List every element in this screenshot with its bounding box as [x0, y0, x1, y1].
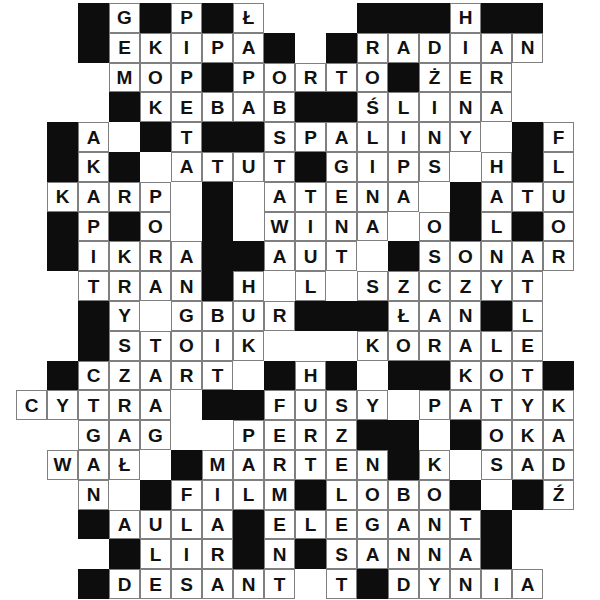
black-cell-r13-c7	[233, 390, 264, 420]
letter-cell-r4-c13[interactable]: N	[419, 122, 450, 152]
letter-cell-r7-c8[interactable]: W	[264, 212, 295, 242]
letter-cell-r2-c4[interactable]: O	[140, 63, 171, 93]
background-r1-c1	[47, 33, 78, 63]
letter-cell-r6-c12[interactable]: A	[388, 182, 419, 212]
letter-cell-r14-c7[interactable]: P	[233, 420, 264, 450]
letter-cell-r15-c17[interactable]: D	[543, 450, 574, 480]
black-cell-r2-c6	[202, 63, 233, 93]
black-cell-r0-c6	[202, 3, 233, 33]
letter-cell-r3-c15[interactable]: A	[481, 92, 512, 122]
letter-cell-r3-c6[interactable]: B	[202, 92, 233, 122]
letter-cell-r12-c9[interactable]: H	[295, 361, 326, 391]
letter-cell-r2-c5[interactable]: P	[171, 63, 202, 93]
letter-cell-r7-c17[interactable]: O	[543, 212, 574, 242]
letter-cell-r11-c14[interactable]: A	[450, 331, 481, 361]
background-r19-c1	[47, 569, 78, 599]
letter-cell-r17-c11[interactable]: G	[357, 510, 388, 540]
letter-cell-r12-c15[interactable]: O	[481, 361, 512, 391]
black-cell-r8-c7	[233, 241, 264, 271]
letter-cell-r19-c13[interactable]: Y	[419, 569, 450, 599]
black-cell-r13-c6	[202, 390, 233, 420]
black-cell-r1-c10	[326, 33, 357, 63]
letter-cell-r18-c6[interactable]: R	[202, 539, 233, 569]
letter-cell-r16-c13[interactable]: O	[419, 480, 450, 510]
black-cell-r12-c8	[264, 361, 295, 391]
letter-cell-r7-c9[interactable]: I	[295, 212, 326, 242]
letter-cell-r17-c5[interactable]: L	[171, 510, 202, 540]
letter-cell-r11-c6[interactable]: I	[202, 331, 233, 361]
letter-cell-r15-c11[interactable]: N	[357, 450, 388, 480]
background-r2-c2	[78, 63, 109, 93]
letter-cell-r14-c10[interactable]: Z	[326, 420, 357, 450]
letter-cell-r15-c1[interactable]: W	[47, 450, 78, 480]
letter-cell-r14-c16[interactable]: K	[512, 420, 543, 450]
letter-cell-r13-c2[interactable]: T	[78, 390, 109, 420]
letter-cell-r3-c8[interactable]: B	[264, 92, 295, 122]
letter-cell-r19-c10[interactable]: T	[326, 569, 357, 599]
letter-cell-r5-c2[interactable]: K	[78, 152, 109, 182]
letter-cell-r5-c15[interactable]: H	[481, 152, 512, 182]
letter-cell-r16-c11[interactable]: O	[357, 480, 388, 510]
letter-cell-r12-c2[interactable]: C	[78, 361, 109, 391]
letter-cell-r1-c16[interactable]: N	[512, 33, 543, 63]
black-cell-r0-c13	[419, 3, 450, 33]
background-r7-c5	[171, 212, 202, 242]
letter-cell-r16-c6[interactable]: I	[202, 480, 233, 510]
letter-cell-r19-c6[interactable]: A	[202, 569, 233, 599]
letter-cell-r3-c11[interactable]: Ś	[357, 92, 388, 122]
letter-cell-r17-c12[interactable]: A	[388, 510, 419, 540]
letter-cell-r10-c3[interactable]: Y	[109, 301, 140, 331]
letter-cell-r0-c14[interactable]: H	[450, 3, 481, 33]
black-cell-r10-c2	[78, 301, 109, 331]
letter-cell-r19-c3[interactable]: D	[109, 569, 140, 599]
letter-cell-r16-c2[interactable]: N	[78, 480, 109, 510]
background-r5-c4	[140, 152, 171, 182]
background-r7-c12	[388, 212, 419, 242]
letter-cell-r6-c8[interactable]: A	[264, 182, 295, 212]
letter-cell-r13-c8[interactable]: F	[264, 390, 295, 420]
black-cell-r5-c3	[109, 152, 140, 182]
black-cell-r18-c3	[109, 539, 140, 569]
letter-cell-r12-c16[interactable]: T	[512, 361, 543, 391]
background-r7-c7	[233, 212, 264, 242]
black-cell-r5-c1	[47, 152, 78, 182]
crossword-board: GPŁHEKIPARADIANMOPPORTOŻERKEBABŚLINAATSP…	[0, 0, 600, 600]
background-r11-c10	[326, 331, 357, 361]
background-r18-c2	[78, 539, 109, 569]
letter-cell-r7-c2[interactable]: P	[78, 212, 109, 242]
letter-cell-r6-c10[interactable]: E	[326, 182, 357, 212]
letter-cell-r2-c3[interactable]: M	[109, 63, 140, 93]
background-r3-c2	[78, 92, 109, 122]
black-cell-r16-c9	[295, 480, 326, 510]
letter-cell-r5-c11[interactable]: I	[357, 152, 388, 182]
letter-cell-r1-c12[interactable]: A	[388, 33, 419, 63]
black-cell-r4-c7	[233, 122, 264, 152]
letter-cell-r4-c8[interactable]: S	[264, 122, 295, 152]
letter-cell-r15-c3[interactable]: Ł	[109, 450, 140, 480]
letter-cell-r9-c13[interactable]: C	[419, 271, 450, 301]
letter-cell-r12-c5[interactable]: R	[171, 361, 202, 391]
black-cell-r8-c1	[47, 241, 78, 271]
letter-cell-r17-c10[interactable]: E	[326, 510, 357, 540]
background-r2-c17	[543, 63, 574, 93]
letter-cell-r6-c15[interactable]: A	[481, 182, 512, 212]
letter-cell-r19-c5[interactable]: S	[171, 569, 202, 599]
background-r16-c15	[481, 480, 512, 510]
letter-cell-r5-c7[interactable]: U	[233, 152, 264, 182]
background-r14-c1	[47, 420, 78, 450]
letter-cell-r15-c8[interactable]: R	[264, 450, 295, 480]
letter-cell-r9-c14[interactable]: Z	[450, 271, 481, 301]
background-r17-c1	[47, 510, 78, 540]
black-cell-r11-c2	[78, 331, 109, 361]
letter-cell-r14-c9[interactable]: R	[295, 420, 326, 450]
letter-cell-r11-c12[interactable]: O	[388, 331, 419, 361]
background-r12-c0	[16, 361, 47, 391]
letter-cell-r4-c9[interactable]: P	[295, 122, 326, 152]
letter-cell-r13-c4[interactable]: A	[140, 390, 171, 420]
background-r15-c14	[450, 450, 481, 480]
letter-cell-r6-c16[interactable]: T	[512, 182, 543, 212]
background-r19-c17	[543, 569, 574, 599]
black-cell-r16-c14	[450, 480, 481, 510]
black-cell-r5-c16	[512, 152, 543, 182]
letter-cell-r0-c7[interactable]: Ł	[233, 3, 264, 33]
letter-cell-r19-c4[interactable]: E	[140, 569, 171, 599]
letter-cell-r15-c16[interactable]: A	[512, 450, 543, 480]
letter-cell-r13-c9[interactable]: U	[295, 390, 326, 420]
letter-cell-r15-c13[interactable]: K	[419, 450, 450, 480]
background-r10-c4	[140, 301, 171, 331]
letter-cell-r11-c16[interactable]: E	[512, 331, 543, 361]
background-r10-c17	[543, 301, 574, 331]
letter-cell-r9-c12[interactable]: Z	[388, 271, 419, 301]
black-cell-r0-c11	[357, 3, 388, 33]
letter-cell-r13-c1[interactable]: Y	[47, 390, 78, 420]
letter-cell-r9-c15[interactable]: Y	[481, 271, 512, 301]
letter-cell-r2-c11[interactable]: O	[357, 63, 388, 93]
letter-cell-r13-c3[interactable]: R	[109, 390, 140, 420]
letter-cell-r17-c9[interactable]: L	[295, 510, 326, 540]
background-r12-c7	[233, 361, 264, 391]
letter-cell-r3-c4[interactable]: K	[140, 92, 171, 122]
letter-cell-r9-c5[interactable]: N	[171, 271, 202, 301]
letter-cell-r16-c17[interactable]: Ź	[543, 480, 574, 510]
letter-cell-r9-c4[interactable]: A	[140, 271, 171, 301]
letter-cell-r3-c5[interactable]: E	[171, 92, 202, 122]
letter-cell-r17-c6[interactable]: A	[202, 510, 233, 540]
letter-cell-r14-c3[interactable]: A	[109, 420, 140, 450]
letter-cell-r19-c12[interactable]: D	[388, 569, 419, 599]
letter-cell-r8-c13[interactable]: S	[419, 241, 450, 271]
letter-cell-r6-c1[interactable]: K	[47, 182, 78, 212]
letter-cell-r13-c15[interactable]: T	[481, 390, 512, 420]
letter-cell-r15-c10[interactable]: E	[326, 450, 357, 480]
letter-cell-r10-c16[interactable]: L	[512, 301, 543, 331]
background-r18-c1	[47, 539, 78, 569]
letter-cell-r5-c13[interactable]: S	[419, 152, 450, 182]
letter-cell-r4-c12[interactable]: I	[388, 122, 419, 152]
background-r0-c10	[326, 3, 357, 33]
letter-cell-r10-c7[interactable]: U	[233, 301, 264, 331]
letter-cell-r6-c17[interactable]: U	[543, 182, 574, 212]
letter-cell-r18-c13[interactable]: N	[419, 539, 450, 569]
letter-cell-r2-c7[interactable]: P	[233, 63, 264, 93]
background-r3-c1	[47, 92, 78, 122]
letter-cell-r19-c8[interactable]: T	[264, 569, 295, 599]
letter-cell-r8-c2[interactable]: I	[78, 241, 109, 271]
black-cell-r3-c10	[326, 92, 357, 122]
background-r9-c8	[264, 271, 295, 301]
letter-cell-r4-c10[interactable]: A	[326, 122, 357, 152]
letter-cell-r5-c12[interactable]: P	[388, 152, 419, 182]
letter-cell-r16-c5[interactable]: F	[171, 480, 202, 510]
black-cell-r7-c6	[202, 212, 233, 242]
letter-cell-r9-c16[interactable]: T	[512, 271, 543, 301]
letter-cell-r12-c6[interactable]: T	[202, 361, 233, 391]
letter-cell-r3-c13[interactable]: I	[419, 92, 450, 122]
background-r10-c0	[16, 301, 47, 331]
letter-cell-r17-c14[interactable]: T	[450, 510, 481, 540]
letter-cell-r19-c7[interactable]: N	[233, 569, 264, 599]
letter-cell-r15-c15[interactable]: S	[481, 450, 512, 480]
black-cell-r5-c9	[295, 152, 326, 182]
letter-cell-r18-c10[interactable]: S	[326, 539, 357, 569]
letter-cell-r13-c11[interactable]: Y	[357, 390, 388, 420]
letter-cell-r1-c14[interactable]: I	[450, 33, 481, 63]
black-cell-r16-c4	[140, 480, 171, 510]
background-r18-c16	[512, 539, 543, 569]
letter-cell-r11-c15[interactable]: L	[481, 331, 512, 361]
letter-cell-r9-c11[interactable]: S	[357, 271, 388, 301]
letter-cell-r1-c15[interactable]: A	[481, 33, 512, 63]
letter-cell-r8-c14[interactable]: O	[450, 241, 481, 271]
letter-cell-r10-c8[interactable]: R	[264, 301, 295, 331]
letter-cell-r13-c16[interactable]: Y	[512, 390, 543, 420]
letter-cell-r0-c5[interactable]: P	[171, 3, 202, 33]
letter-cell-r8-c4[interactable]: R	[140, 241, 171, 271]
letter-cell-r16-c7[interactable]: L	[233, 480, 264, 510]
black-cell-r14-c14	[450, 420, 481, 450]
letter-cell-r12-c3[interactable]: Z	[109, 361, 140, 391]
background-r13-c12	[388, 390, 419, 420]
background-r0-c9	[295, 3, 326, 33]
background-r0-c17	[543, 3, 574, 33]
letter-cell-r7-c13[interactable]: O	[419, 212, 450, 242]
letter-cell-r8-c15[interactable]: N	[481, 241, 512, 271]
letter-cell-r15-c2[interactable]: A	[78, 450, 109, 480]
letter-cell-r11-c3[interactable]: S	[109, 331, 140, 361]
background-r4-c3	[109, 122, 140, 152]
letter-cell-r2-c10[interactable]: T	[326, 63, 357, 93]
background-r6-c0	[16, 182, 47, 212]
letter-cell-r5-c17[interactable]: L	[543, 152, 574, 182]
background-r18-c17	[543, 539, 574, 569]
letter-cell-r6-c4[interactable]: P	[140, 182, 171, 212]
letter-cell-r7-c15[interactable]: L	[481, 212, 512, 242]
letter-cell-r18-c11[interactable]: A	[357, 539, 388, 569]
letter-cell-r10-c5[interactable]: G	[171, 301, 202, 331]
letter-cell-r4-c2[interactable]: A	[78, 122, 109, 152]
letter-cell-r1-c3[interactable]: E	[109, 33, 140, 63]
background-r8-c0	[16, 241, 47, 271]
background-r0-c0	[16, 3, 47, 33]
letter-cell-r19-c14[interactable]: N	[450, 569, 481, 599]
letter-cell-r10-c14[interactable]: N	[450, 301, 481, 331]
black-cell-r12-c17	[543, 361, 574, 391]
letter-cell-r5-c10[interactable]: G	[326, 152, 357, 182]
black-cell-r18-c9	[295, 539, 326, 569]
letter-cell-r18-c4[interactable]: L	[140, 539, 171, 569]
letter-cell-r6-c11[interactable]: N	[357, 182, 388, 212]
black-cell-r12-c12	[388, 361, 419, 391]
letter-cell-r12-c14[interactable]: K	[450, 361, 481, 391]
black-cell-r14-c12	[388, 420, 419, 450]
letter-cell-r8-c3[interactable]: K	[109, 241, 140, 271]
letter-cell-r15-c7[interactable]: A	[233, 450, 264, 480]
background-r6-c5	[171, 182, 202, 212]
letter-cell-r1-c11[interactable]: R	[357, 33, 388, 63]
letter-cell-r4-c5[interactable]: T	[171, 122, 202, 152]
background-r12-c11	[357, 361, 388, 391]
background-r2-c0	[16, 63, 47, 93]
background-r0-c1	[47, 3, 78, 33]
letter-cell-r9-c2[interactable]: T	[78, 271, 109, 301]
black-cell-r6-c6	[202, 182, 233, 212]
black-cell-r15-c12	[388, 450, 419, 480]
letter-cell-r13-c14[interactable]: A	[450, 390, 481, 420]
letter-cell-r6-c2[interactable]: A	[78, 182, 109, 212]
letter-cell-r1-c6[interactable]: P	[202, 33, 233, 63]
letter-cell-r4-c11[interactable]: L	[357, 122, 388, 152]
letter-cell-r18-c12[interactable]: N	[388, 539, 419, 569]
letter-cell-r14-c17[interactable]: A	[543, 420, 574, 450]
black-cell-r7-c14	[450, 212, 481, 242]
background-r2-c1	[47, 63, 78, 93]
letter-cell-r10-c12[interactable]: Ł	[388, 301, 419, 331]
letter-cell-r5-c8[interactable]: T	[264, 152, 295, 182]
letter-cell-r4-c17[interactable]: F	[543, 122, 574, 152]
letter-cell-r14-c2[interactable]: G	[78, 420, 109, 450]
black-cell-r0-c2	[78, 3, 109, 33]
background-r14-c0	[16, 420, 47, 450]
letter-cell-r18-c8[interactable]: N	[264, 539, 295, 569]
letter-cell-r12-c4[interactable]: A	[140, 361, 171, 391]
letter-cell-r8-c5[interactable]: A	[171, 241, 202, 271]
letter-cell-r2-c14[interactable]: E	[450, 63, 481, 93]
black-cell-r10-c11	[357, 301, 388, 331]
background-r14-c13	[419, 420, 450, 450]
letter-cell-r7-c11[interactable]: A	[357, 212, 388, 242]
letter-cell-r1-c4[interactable]: K	[140, 33, 171, 63]
letter-cell-r1-c13[interactable]: D	[419, 33, 450, 63]
letter-cell-r18-c14[interactable]: A	[450, 539, 481, 569]
letter-cell-r13-c17[interactable]: K	[543, 390, 574, 420]
letter-cell-r18-c5[interactable]: I	[171, 539, 202, 569]
letter-cell-r8-c9[interactable]: U	[295, 241, 326, 271]
black-cell-r14-c11	[357, 420, 388, 450]
letter-cell-r3-c7[interactable]: A	[233, 92, 264, 122]
letter-cell-r11-c4[interactable]: T	[140, 331, 171, 361]
crossword-grid: GPŁHEKIPARADIANMOPPORTOŻERKEBABŚLINAATSP…	[16, 3, 574, 599]
letter-cell-r2-c9[interactable]: R	[295, 63, 326, 93]
letter-cell-r17-c3[interactable]: A	[109, 510, 140, 540]
background-r1-c17	[543, 33, 574, 63]
background-r3-c16	[512, 92, 543, 122]
letter-cell-r1-c5[interactable]: I	[171, 33, 202, 63]
letter-cell-r16-c10[interactable]: L	[326, 480, 357, 510]
letter-cell-r15-c6[interactable]: M	[202, 450, 233, 480]
letter-cell-r6-c3[interactable]: R	[109, 182, 140, 212]
letter-cell-r1-c7[interactable]: A	[233, 33, 264, 63]
letter-cell-r5-c6[interactable]: T	[202, 152, 233, 182]
letter-cell-r5-c5[interactable]: A	[171, 152, 202, 182]
letter-cell-r7-c4[interactable]: O	[140, 212, 171, 242]
letter-cell-r2-c15[interactable]: R	[481, 63, 512, 93]
background-r1-c0	[16, 33, 47, 63]
letter-cell-r14-c8[interactable]: E	[264, 420, 295, 450]
letter-cell-r7-c10[interactable]: N	[326, 212, 357, 242]
letter-cell-r9-c3[interactable]: R	[109, 271, 140, 301]
black-cell-r12-c13	[419, 361, 450, 391]
letter-cell-r16-c12[interactable]: B	[388, 480, 419, 510]
letter-cell-r11-c11[interactable]: K	[357, 331, 388, 361]
letter-cell-r17-c13[interactable]: N	[419, 510, 450, 540]
letter-cell-r8-c16[interactable]: A	[512, 241, 543, 271]
background-r17-c0	[16, 510, 47, 540]
letter-cell-r8-c17[interactable]: R	[543, 241, 574, 271]
background-r5-c0	[16, 152, 47, 182]
letter-cell-r17-c4[interactable]: U	[140, 510, 171, 540]
black-cell-r7-c1	[47, 212, 78, 242]
letter-cell-r16-c8[interactable]: M	[264, 480, 295, 510]
black-cell-r4-c4	[140, 122, 171, 152]
letter-cell-r8-c10[interactable]: T	[326, 241, 357, 271]
letter-cell-r14-c15[interactable]: O	[481, 420, 512, 450]
letter-cell-r19-c15[interactable]: I	[481, 569, 512, 599]
letter-cell-r13-c0[interactable]: C	[16, 390, 47, 420]
letter-cell-r14-c4[interactable]: G	[140, 420, 171, 450]
letter-cell-r10-c13[interactable]: A	[419, 301, 450, 331]
black-cell-r7-c3	[109, 212, 140, 242]
black-cell-r1-c2	[78, 33, 109, 63]
letter-cell-r3-c14[interactable]: N	[450, 92, 481, 122]
letter-cell-r0-c3[interactable]: G	[109, 3, 140, 33]
letter-cell-r10-c6[interactable]: B	[202, 301, 233, 331]
letter-cell-r11-c5[interactable]: O	[171, 331, 202, 361]
letter-cell-r17-c8[interactable]: E	[264, 510, 295, 540]
letter-cell-r3-c12[interactable]: L	[388, 92, 419, 122]
letter-cell-r2-c13[interactable]: Ż	[419, 63, 450, 93]
letter-cell-r9-c7[interactable]: H	[233, 271, 264, 301]
letter-cell-r13-c10[interactable]: S	[326, 390, 357, 420]
black-cell-r7-c16	[512, 212, 543, 242]
letter-cell-r2-c8[interactable]: O	[264, 63, 295, 93]
letter-cell-r8-c8[interactable]: A	[264, 241, 295, 271]
letter-cell-r11-c13[interactable]: R	[419, 331, 450, 361]
letter-cell-r11-c7[interactable]: K	[233, 331, 264, 361]
letter-cell-r4-c14[interactable]: Y	[450, 122, 481, 152]
black-cell-r2-c12	[388, 63, 419, 93]
letter-cell-r15-c9[interactable]: T	[295, 450, 326, 480]
black-cell-r10-c9	[295, 301, 326, 331]
letter-cell-r13-c13[interactable]: P	[419, 390, 450, 420]
letter-cell-r9-c9[interactable]: L	[295, 271, 326, 301]
letter-cell-r6-c9[interactable]: T	[295, 182, 326, 212]
letter-cell-r19-c16[interactable]: A	[512, 569, 543, 599]
